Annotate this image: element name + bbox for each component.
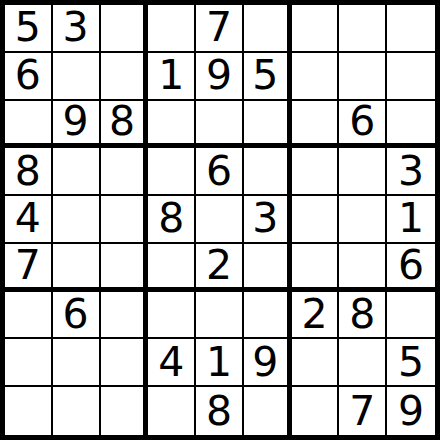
empty-cell-r7c6[interactable]: [244, 292, 292, 340]
empty-cell-r8c7[interactable]: [292, 339, 340, 387]
empty-cell-r3c9[interactable]: [387, 101, 435, 149]
given-cell-r6c9: 6: [387, 244, 435, 292]
empty-cell-r2c8[interactable]: [339, 53, 387, 101]
given-cell-r4c1: 8: [5, 148, 53, 196]
given-cell-r1c5: 7: [196, 5, 244, 53]
empty-cell-r6c7[interactable]: [292, 244, 340, 292]
empty-cell-r7c9[interactable]: [387, 292, 435, 340]
empty-cell-r5c3[interactable]: [101, 196, 149, 244]
empty-cell-r3c7[interactable]: [292, 101, 340, 149]
given-cell-r5c9: 1: [387, 196, 435, 244]
given-cell-r7c8: 8: [339, 292, 387, 340]
empty-cell-r1c4[interactable]: [148, 5, 196, 53]
given-cell-r6c5: 2: [196, 244, 244, 292]
empty-cell-r5c7[interactable]: [292, 196, 340, 244]
empty-cell-r6c6[interactable]: [244, 244, 292, 292]
given-cell-r7c7: 2: [292, 292, 340, 340]
given-cell-r2c5: 9: [196, 53, 244, 101]
empty-cell-r9c2[interactable]: [53, 387, 101, 435]
given-cell-r4c5: 6: [196, 148, 244, 196]
empty-cell-r9c7[interactable]: [292, 387, 340, 435]
empty-cell-r5c2[interactable]: [53, 196, 101, 244]
given-cell-r3c8: 6: [339, 101, 387, 149]
empty-cell-r4c3[interactable]: [101, 148, 149, 196]
given-cell-r9c8: 7: [339, 387, 387, 435]
given-cell-r8c5: 1: [196, 339, 244, 387]
given-cell-r5c4: 8: [148, 196, 196, 244]
empty-cell-r9c1[interactable]: [5, 387, 53, 435]
empty-cell-r4c8[interactable]: [339, 148, 387, 196]
empty-cell-r2c7[interactable]: [292, 53, 340, 101]
given-cell-r5c6: 3: [244, 196, 292, 244]
empty-cell-r7c1[interactable]: [5, 292, 53, 340]
given-cell-r1c1: 5: [5, 5, 53, 53]
empty-cell-r3c6[interactable]: [244, 101, 292, 149]
empty-cell-r7c4[interactable]: [148, 292, 196, 340]
empty-cell-r8c8[interactable]: [339, 339, 387, 387]
empty-cell-r8c3[interactable]: [101, 339, 149, 387]
given-cell-r9c9: 9: [387, 387, 435, 435]
empty-cell-r2c3[interactable]: [101, 53, 149, 101]
given-cell-r2c1: 6: [5, 53, 53, 101]
given-cell-r5c1: 4: [5, 196, 53, 244]
given-cell-r6c1: 7: [5, 244, 53, 292]
empty-cell-r1c3[interactable]: [101, 5, 149, 53]
empty-cell-r3c4[interactable]: [148, 101, 196, 149]
empty-cell-r1c6[interactable]: [244, 5, 292, 53]
given-cell-r7c2: 6: [53, 292, 101, 340]
empty-cell-r9c6[interactable]: [244, 387, 292, 435]
empty-cell-r9c3[interactable]: [101, 387, 149, 435]
empty-cell-r1c7[interactable]: [292, 5, 340, 53]
empty-cell-r1c9[interactable]: [387, 5, 435, 53]
given-cell-r1c2: 3: [53, 5, 101, 53]
empty-cell-r4c4[interactable]: [148, 148, 196, 196]
empty-cell-r7c5[interactable]: [196, 292, 244, 340]
empty-cell-r5c5[interactable]: [196, 196, 244, 244]
empty-cell-r6c8[interactable]: [339, 244, 387, 292]
empty-cell-r5c8[interactable]: [339, 196, 387, 244]
given-cell-r8c9: 5: [387, 339, 435, 387]
empty-cell-r6c2[interactable]: [53, 244, 101, 292]
given-cell-r8c4: 4: [148, 339, 196, 387]
empty-cell-r4c7[interactable]: [292, 148, 340, 196]
empty-cell-r4c2[interactable]: [53, 148, 101, 196]
empty-cell-r3c1[interactable]: [5, 101, 53, 149]
given-cell-r2c4: 1: [148, 53, 196, 101]
empty-cell-r3c5[interactable]: [196, 101, 244, 149]
empty-cell-r8c2[interactable]: [53, 339, 101, 387]
empty-cell-r9c4[interactable]: [148, 387, 196, 435]
empty-cell-r2c2[interactable]: [53, 53, 101, 101]
given-cell-r9c5: 8: [196, 387, 244, 435]
given-cell-r4c9: 3: [387, 148, 435, 196]
given-cell-r3c2: 9: [53, 101, 101, 149]
empty-cell-r6c3[interactable]: [101, 244, 149, 292]
empty-cell-r1c8[interactable]: [339, 5, 387, 53]
empty-cell-r7c3[interactable]: [101, 292, 149, 340]
given-cell-r8c6: 9: [244, 339, 292, 387]
empty-cell-r6c4[interactable]: [148, 244, 196, 292]
given-cell-r2c6: 5: [244, 53, 292, 101]
sudoku-board: 537619598686348317266284195879: [0, 0, 440, 440]
empty-cell-r2c9[interactable]: [387, 53, 435, 101]
empty-cell-r8c1[interactable]: [5, 339, 53, 387]
empty-cell-r4c6[interactable]: [244, 148, 292, 196]
given-cell-r3c3: 8: [101, 101, 149, 149]
